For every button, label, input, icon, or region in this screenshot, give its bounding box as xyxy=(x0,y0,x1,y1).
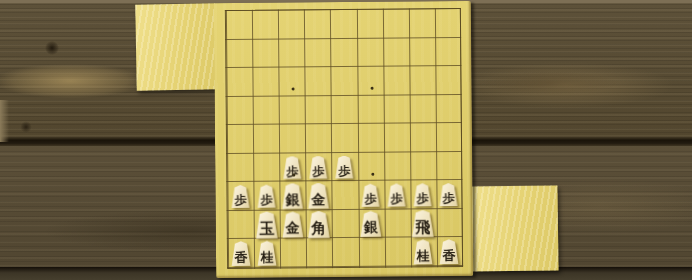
board-cell[interactable] xyxy=(253,96,279,125)
board-cell[interactable]: 銀 xyxy=(358,210,384,239)
star-point xyxy=(292,87,295,90)
board-cell[interactable] xyxy=(330,38,356,67)
piece-stand-left[interactable] xyxy=(135,3,216,90)
board-cell[interactable] xyxy=(384,238,410,267)
board-cell[interactable] xyxy=(304,67,330,96)
board-cell[interactable] xyxy=(305,124,331,153)
board-cell[interactable]: 歩 xyxy=(227,182,253,211)
board-cell[interactable] xyxy=(436,209,462,238)
board-cell[interactable] xyxy=(382,67,408,96)
board-cell[interactable] xyxy=(409,123,435,152)
pawn-piece[interactable]: 歩 xyxy=(257,185,276,208)
board-cell[interactable] xyxy=(331,124,357,153)
board-cell[interactable]: 歩 xyxy=(305,153,331,182)
gold-piece[interactable]: 金 xyxy=(282,212,304,238)
piece-kanji: 歩 xyxy=(309,156,328,179)
board-cell[interactable] xyxy=(228,211,254,240)
pawn-piece[interactable]: 歩 xyxy=(439,183,458,206)
board-cell[interactable] xyxy=(279,125,305,154)
pawn-piece[interactable]: 歩 xyxy=(309,156,328,179)
board-cell[interactable]: 歩 xyxy=(357,181,383,210)
pawn-piece[interactable]: 歩 xyxy=(387,184,406,207)
knight-piece[interactable]: 桂 xyxy=(257,241,277,266)
board-cell[interactable] xyxy=(278,10,304,39)
board-grid: 歩歩歩歩歩銀金歩歩歩歩玉金角銀飛香桂桂香 xyxy=(225,8,463,269)
piece-kanji: 歩 xyxy=(387,184,406,207)
board-cell[interactable] xyxy=(434,66,460,95)
piece-kanji: 玉 xyxy=(255,211,278,238)
board-cell[interactable]: 香 xyxy=(436,237,462,266)
pawn-piece[interactable]: 歩 xyxy=(231,185,250,208)
board-cell[interactable] xyxy=(278,67,304,96)
star-point xyxy=(371,173,374,176)
star-point xyxy=(292,173,295,176)
board-cell[interactable]: 歩 xyxy=(331,153,357,182)
board-cell[interactable]: 桂 xyxy=(410,238,436,267)
board-cell[interactable] xyxy=(434,38,460,67)
piece-kanji: 桂 xyxy=(413,239,433,264)
board-cell[interactable] xyxy=(435,123,461,152)
piece-kanji: 歩 xyxy=(231,185,250,208)
board-cell[interactable] xyxy=(304,39,330,68)
board-cell[interactable]: 金 xyxy=(280,210,306,239)
board-cell[interactable] xyxy=(383,95,409,124)
knight-piece[interactable]: 桂 xyxy=(413,239,433,264)
board-cell[interactable] xyxy=(357,124,383,153)
piece-kanji: 飛 xyxy=(411,210,434,237)
piece-kanji: 銀 xyxy=(360,211,382,237)
board-cell[interactable] xyxy=(435,152,461,181)
board-cell[interactable] xyxy=(226,11,252,40)
board-cell[interactable] xyxy=(356,10,382,39)
board-cell[interactable] xyxy=(253,153,279,182)
silver-piece[interactable]: 銀 xyxy=(360,211,382,237)
gold-piece[interactable]: 金 xyxy=(307,183,329,209)
board-cell[interactable] xyxy=(304,10,330,39)
board-cell[interactable] xyxy=(227,154,253,183)
piece-kanji: 香 xyxy=(231,241,251,266)
board-cell[interactable] xyxy=(280,239,306,268)
board-cell[interactable] xyxy=(226,68,252,97)
silver-piece[interactable]: 銀 xyxy=(281,183,303,209)
board-cell[interactable] xyxy=(330,10,356,39)
board-cell[interactable]: 金 xyxy=(305,181,331,210)
board-cell[interactable] xyxy=(408,66,434,95)
board-cell[interactable] xyxy=(331,96,357,125)
piece-kanji: 角 xyxy=(307,211,330,238)
board-cell[interactable] xyxy=(357,152,383,181)
board-cell[interactable] xyxy=(279,96,305,125)
rook-piece[interactable]: 飛 xyxy=(411,210,434,237)
board-cell[interactable] xyxy=(408,9,434,38)
bishop-piece[interactable]: 角 xyxy=(307,211,330,238)
board-cell[interactable]: 桂 xyxy=(254,239,280,268)
board-cell[interactable] xyxy=(383,124,409,153)
star-point xyxy=(371,87,374,90)
board-cell[interactable] xyxy=(253,125,279,154)
piece-kanji: 桂 xyxy=(257,241,277,266)
board-cell[interactable] xyxy=(252,11,278,40)
king-piece[interactable]: 玉 xyxy=(255,211,278,238)
piece-kanji: 金 xyxy=(282,212,304,238)
board-cell[interactable] xyxy=(278,39,304,68)
board-cell[interactable]: 歩 xyxy=(253,182,279,211)
board-cell[interactable]: 歩 xyxy=(279,153,305,182)
board-cell[interactable] xyxy=(332,238,358,267)
lance-piece[interactable]: 香 xyxy=(439,239,459,264)
pawn-piece[interactable]: 歩 xyxy=(413,183,432,206)
board-cell[interactable]: 玉 xyxy=(254,210,280,239)
board-cell[interactable] xyxy=(252,68,278,97)
board-cell[interactable]: 香 xyxy=(228,239,254,268)
piece-kanji: 歩 xyxy=(439,183,458,206)
board-cell[interactable] xyxy=(382,38,408,67)
piece-kanji: 歩 xyxy=(413,183,432,206)
pawn-piece[interactable]: 歩 xyxy=(335,155,354,178)
piece-kanji: 香 xyxy=(439,239,459,264)
piece-stand-right[interactable] xyxy=(470,185,558,271)
board-cell[interactable] xyxy=(356,38,382,67)
board-cell[interactable] xyxy=(356,67,382,96)
board-cell[interactable]: 歩 xyxy=(383,181,409,210)
board-cell[interactable] xyxy=(226,39,252,68)
board-cell[interactable]: 飛 xyxy=(410,209,436,238)
piece-kanji: 歩 xyxy=(361,184,380,207)
pawn-piece[interactable]: 歩 xyxy=(361,184,380,207)
piece-kanji: 金 xyxy=(307,183,329,209)
piece-kanji: 歩 xyxy=(335,155,354,178)
board-cell[interactable] xyxy=(330,67,356,96)
board-cell[interactable] xyxy=(331,181,357,210)
board-cell[interactable] xyxy=(409,95,435,124)
board-cell[interactable] xyxy=(227,96,253,125)
piece-kanji: 歩 xyxy=(257,185,276,208)
board-cell[interactable] xyxy=(434,9,460,38)
board-cell[interactable] xyxy=(357,95,383,124)
board-cell[interactable]: 歩 xyxy=(435,180,461,209)
board-cell[interactable]: 銀 xyxy=(279,182,305,211)
board-cell[interactable] xyxy=(382,9,408,38)
board-cell[interactable] xyxy=(409,152,435,181)
board-cell[interactable]: 歩 xyxy=(409,181,435,210)
board-cell[interactable]: 角 xyxy=(306,210,332,239)
shogi-board: 歩歩歩歩歩銀金歩歩歩歩玉金角銀飛香桂桂香 xyxy=(214,1,473,278)
board-cell[interactable] xyxy=(435,95,461,124)
board-cell[interactable] xyxy=(252,39,278,68)
board-cell[interactable] xyxy=(332,210,358,239)
board-cell[interactable] xyxy=(358,238,384,267)
lance-piece[interactable]: 香 xyxy=(231,241,251,266)
board-cell[interactable] xyxy=(383,152,409,181)
board-cell[interactable] xyxy=(306,239,332,268)
board-cell[interactable] xyxy=(384,209,410,238)
shogi-photo-scene: 歩歩歩歩歩銀金歩歩歩歩玉金角銀飛香桂桂香 xyxy=(0,0,692,280)
piece-kanji: 銀 xyxy=(281,183,303,209)
board-cell[interactable] xyxy=(227,125,253,154)
board-cell[interactable] xyxy=(408,38,434,67)
wood-knot-highlight xyxy=(0,100,9,142)
board-cell[interactable] xyxy=(305,96,331,125)
